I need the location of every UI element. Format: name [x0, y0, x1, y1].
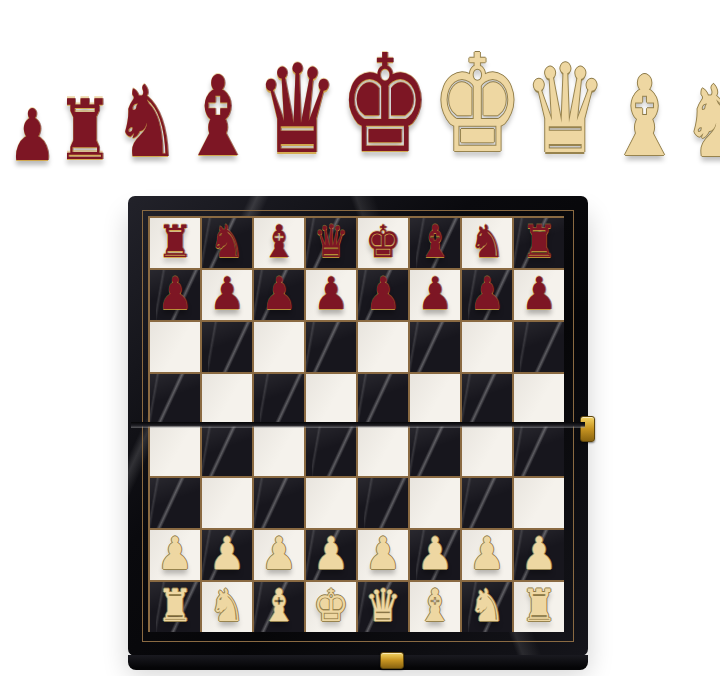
square-e8[interactable]: ♚ — [358, 218, 408, 268]
box-side-wall — [128, 655, 588, 670]
square-h7[interactable]: ♟ — [514, 270, 564, 320]
square-a7[interactable]: ♟ — [150, 270, 200, 320]
square-d6[interactable] — [306, 322, 356, 372]
square-h6[interactable] — [514, 322, 564, 372]
cream-bishop-piece[interactable]: ♝ — [261, 583, 297, 628]
red-pawn-piece[interactable]: ♟ — [313, 271, 349, 316]
cream-pawn-piece[interactable]: ♟ — [521, 531, 557, 576]
square-b1[interactable]: ♞ — [202, 582, 252, 632]
square-b2[interactable]: ♟ — [202, 530, 252, 580]
lineup-red-rook: ♜ — [56, 89, 112, 172]
cream-rook-piece[interactable]: ♜ — [521, 583, 557, 628]
product-photo-stage: ♟♜♞♝♛♚♚♛♝♞♜♟ ♜♞♝♛♚♝♞♜♟♟♟♟♟♟♟♟♟♟♟♟♟♟♟♟♜♞♝… — [0, 0, 720, 676]
lineup-cream-bishop: ♝ — [607, 61, 682, 172]
square-c4[interactable] — [254, 426, 304, 476]
red-knight-piece[interactable]: ♞ — [209, 219, 245, 264]
red-pawn-piece[interactable]: ♟ — [417, 271, 453, 316]
square-h3[interactable] — [514, 478, 564, 528]
square-h1[interactable]: ♜ — [514, 582, 564, 632]
red-queen-piece[interactable]: ♛ — [313, 219, 349, 264]
red-pawn-piece[interactable]: ♟ — [209, 271, 245, 316]
cream-pawn-piece[interactable]: ♟ — [417, 531, 453, 576]
square-f5[interactable] — [410, 374, 460, 424]
square-h5[interactable] — [514, 374, 564, 424]
square-f6[interactable] — [410, 322, 460, 372]
square-e2[interactable]: ♟ — [358, 530, 408, 580]
square-a2[interactable]: ♟ — [150, 530, 200, 580]
lineup-red-bishop: ♝ — [180, 61, 255, 172]
lineup-cream-knight: ♞ — [682, 73, 720, 172]
red-pawn-piece[interactable]: ♟ — [365, 271, 401, 316]
cream-king-piece[interactable]: ♚ — [313, 583, 349, 628]
square-a5[interactable] — [150, 374, 200, 424]
fold-seam — [131, 422, 585, 428]
square-f1[interactable]: ♝ — [410, 582, 460, 632]
square-c8[interactable]: ♝ — [254, 218, 304, 268]
square-g2[interactable]: ♟ — [462, 530, 512, 580]
square-c2[interactable]: ♟ — [254, 530, 304, 580]
square-d3[interactable] — [306, 478, 356, 528]
lineup-cream-king: ♚ — [431, 36, 523, 172]
square-f7[interactable]: ♟ — [410, 270, 460, 320]
square-a3[interactable] — [150, 478, 200, 528]
square-e4[interactable] — [358, 426, 408, 476]
square-d1[interactable]: ♚ — [306, 582, 356, 632]
cream-pawn-piece[interactable]: ♟ — [469, 531, 505, 576]
cream-rook-piece[interactable]: ♜ — [157, 583, 193, 628]
cream-pawn-piece[interactable]: ♟ — [157, 531, 193, 576]
square-g5[interactable] — [462, 374, 512, 424]
lineup-cream-queen: ♛ — [524, 49, 607, 172]
lineup-red-queen: ♛ — [255, 49, 338, 172]
square-c1[interactable]: ♝ — [254, 582, 304, 632]
square-b6[interactable] — [202, 322, 252, 372]
square-g7[interactable]: ♟ — [462, 270, 512, 320]
square-h8[interactable]: ♜ — [514, 218, 564, 268]
square-e1[interactable]: ♛ — [358, 582, 408, 632]
red-rook-piece[interactable]: ♜ — [521, 219, 557, 264]
square-g1[interactable]: ♞ — [462, 582, 512, 632]
square-c5[interactable] — [254, 374, 304, 424]
square-c3[interactable] — [254, 478, 304, 528]
gold-clasp-front-icon — [380, 652, 404, 669]
square-b8[interactable]: ♞ — [202, 218, 252, 268]
square-f2[interactable]: ♟ — [410, 530, 460, 580]
square-b5[interactable] — [202, 374, 252, 424]
lineup-red-king: ♚ — [339, 36, 431, 172]
red-king-piece[interactable]: ♚ — [365, 219, 401, 264]
cream-queen-piece[interactable]: ♛ — [365, 583, 401, 628]
square-d7[interactable]: ♟ — [306, 270, 356, 320]
square-c7[interactable]: ♟ — [254, 270, 304, 320]
square-a6[interactable] — [150, 322, 200, 372]
square-g8[interactable]: ♞ — [462, 218, 512, 268]
chess-board: ♜♞♝♛♚♝♞♜♟♟♟♟♟♟♟♟♟♟♟♟♟♟♟♟♜♞♝♚♛♝♞♜ — [128, 196, 588, 670]
square-b3[interactable] — [202, 478, 252, 528]
cream-knight-piece[interactable]: ♞ — [209, 583, 245, 628]
square-a4[interactable] — [150, 426, 200, 476]
red-pawn-piece[interactable]: ♟ — [469, 271, 505, 316]
square-d8[interactable]: ♛ — [306, 218, 356, 268]
square-f8[interactable]: ♝ — [410, 218, 460, 268]
square-f4[interactable] — [410, 426, 460, 476]
cream-knight-piece[interactable]: ♞ — [469, 583, 505, 628]
square-a1[interactable]: ♜ — [150, 582, 200, 632]
square-g3[interactable] — [462, 478, 512, 528]
square-f3[interactable] — [410, 478, 460, 528]
red-rook-piece[interactable]: ♜ — [157, 219, 193, 264]
square-d4[interactable] — [306, 426, 356, 476]
lineup-red-knight: ♞ — [113, 73, 180, 172]
red-pawn-piece[interactable]: ♟ — [261, 271, 297, 316]
gold-clasp-right-icon — [580, 416, 595, 442]
lineup-red-pawn: ♟ — [8, 101, 56, 172]
red-bishop-piece[interactable]: ♝ — [261, 219, 297, 264]
cream-bishop-piece[interactable]: ♝ — [417, 583, 453, 628]
square-g4[interactable] — [462, 426, 512, 476]
square-e7[interactable]: ♟ — [358, 270, 408, 320]
cream-pawn-piece[interactable]: ♟ — [209, 531, 245, 576]
square-h2[interactable]: ♟ — [514, 530, 564, 580]
square-g6[interactable] — [462, 322, 512, 372]
square-h4[interactable] — [514, 426, 564, 476]
square-b7[interactable]: ♟ — [202, 270, 252, 320]
square-d5[interactable] — [306, 374, 356, 424]
red-bishop-piece[interactable]: ♝ — [417, 219, 453, 264]
cream-pawn-piece[interactable]: ♟ — [261, 531, 297, 576]
square-d2[interactable]: ♟ — [306, 530, 356, 580]
piece-lineup: ♟♜♞♝♛♚♚♛♝♞♜♟ — [0, 0, 720, 172]
red-pawn-piece[interactable]: ♟ — [157, 271, 193, 316]
square-b4[interactable] — [202, 426, 252, 476]
square-e3[interactable] — [358, 478, 408, 528]
board-frame: ♜♞♝♛♚♝♞♜♟♟♟♟♟♟♟♟♟♟♟♟♟♟♟♟♜♞♝♚♛♝♞♜ — [128, 196, 588, 656]
red-pawn-piece[interactable]: ♟ — [521, 271, 557, 316]
square-a8[interactable]: ♜ — [150, 218, 200, 268]
cream-pawn-piece[interactable]: ♟ — [365, 531, 401, 576]
red-knight-piece[interactable]: ♞ — [469, 219, 505, 264]
square-e6[interactable] — [358, 322, 408, 372]
square-c6[interactable] — [254, 322, 304, 372]
square-e5[interactable] — [358, 374, 408, 424]
cream-pawn-piece[interactable]: ♟ — [313, 531, 349, 576]
